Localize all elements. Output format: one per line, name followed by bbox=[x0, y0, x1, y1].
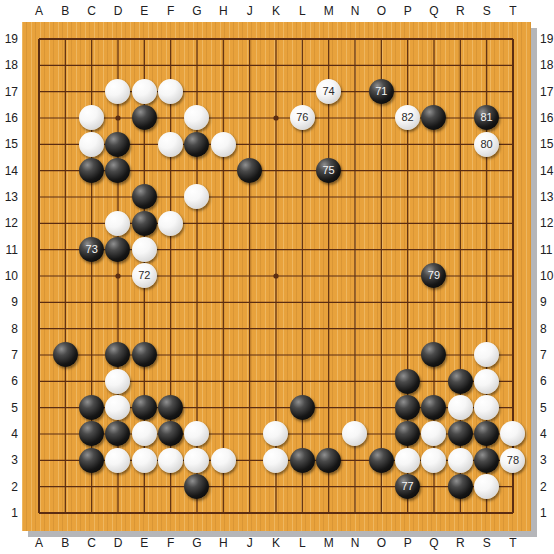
col-label-bottom-q: Q bbox=[429, 536, 438, 550]
stone-f5[interactable] bbox=[157, 394, 183, 420]
col-label-top-c: C bbox=[87, 4, 96, 18]
white-stone bbox=[421, 448, 446, 473]
white-stone-move-74: 74 bbox=[316, 79, 341, 104]
black-stone bbox=[132, 395, 157, 420]
stone-f15[interactable] bbox=[157, 131, 183, 157]
row-label-left-4: 4 bbox=[1, 427, 18, 441]
row-label-right-10: 10 bbox=[540, 269, 553, 283]
col-label-top-m: M bbox=[324, 4, 334, 18]
col-label-top-q: Q bbox=[429, 4, 438, 18]
white-stone bbox=[132, 237, 157, 262]
stone-d11[interactable] bbox=[105, 236, 131, 262]
col-label-top-b: B bbox=[61, 4, 69, 18]
col-label-bottom-d: D bbox=[114, 536, 123, 550]
col-label-top-h: H bbox=[219, 4, 228, 18]
stone-e4[interactable] bbox=[131, 421, 157, 447]
stone-k3[interactable] bbox=[263, 447, 289, 473]
row-label-right-17: 17 bbox=[540, 85, 553, 99]
stone-l16[interactable]: 76 bbox=[289, 105, 315, 131]
col-label-bottom-t: T bbox=[509, 536, 516, 550]
row-label-right-1: 1 bbox=[540, 506, 547, 520]
stone-g15[interactable] bbox=[184, 131, 210, 157]
stone-f3[interactable] bbox=[157, 447, 183, 473]
col-label-top-f: F bbox=[167, 4, 174, 18]
white-stone bbox=[211, 132, 236, 157]
white-stone bbox=[79, 132, 104, 157]
stone-q5[interactable] bbox=[421, 394, 447, 420]
black-stone bbox=[290, 395, 315, 420]
stone-s7[interactable] bbox=[473, 342, 499, 368]
white-stone bbox=[158, 448, 183, 473]
white-stone bbox=[263, 448, 288, 473]
col-label-top-l: L bbox=[299, 4, 306, 18]
stone-b7[interactable] bbox=[52, 342, 78, 368]
col-label-top-r: R bbox=[456, 4, 465, 18]
row-label-right-14: 14 bbox=[540, 164, 553, 178]
white-stone-move-82: 82 bbox=[395, 105, 420, 130]
stone-e7[interactable] bbox=[131, 342, 157, 368]
row-label-left-1: 1 bbox=[1, 506, 18, 520]
stone-d5[interactable] bbox=[105, 394, 131, 420]
black-stone bbox=[448, 474, 473, 499]
stone-q7[interactable] bbox=[421, 342, 447, 368]
black-stone bbox=[132, 184, 157, 209]
row-label-right-4: 4 bbox=[540, 427, 547, 441]
black-stone bbox=[474, 448, 499, 473]
col-label-bottom-n: N bbox=[351, 536, 360, 550]
stone-s16[interactable]: 81 bbox=[473, 105, 499, 131]
row-label-right-2: 2 bbox=[540, 480, 547, 494]
stone-s4[interactable] bbox=[473, 421, 499, 447]
stone-g4[interactable] bbox=[184, 421, 210, 447]
stone-c11[interactable]: 73 bbox=[78, 236, 104, 262]
stone-h3[interactable] bbox=[210, 447, 236, 473]
white-stone bbox=[105, 211, 130, 236]
stone-s3[interactable] bbox=[473, 447, 499, 473]
row-label-left-12: 12 bbox=[1, 216, 18, 230]
col-label-bottom-p: P bbox=[404, 536, 412, 550]
white-stone bbox=[448, 395, 473, 420]
stone-r2[interactable] bbox=[447, 473, 473, 499]
col-label-top-n: N bbox=[351, 4, 360, 18]
stone-g13[interactable] bbox=[184, 184, 210, 210]
row-label-right-15: 15 bbox=[540, 137, 553, 151]
white-stone bbox=[132, 421, 157, 446]
stone-s5[interactable] bbox=[473, 394, 499, 420]
black-stone bbox=[395, 421, 420, 446]
stone-f12[interactable] bbox=[157, 210, 183, 236]
col-label-top-k: K bbox=[272, 4, 280, 18]
white-stone bbox=[105, 79, 130, 104]
stone-e3[interactable] bbox=[131, 447, 157, 473]
white-stone bbox=[184, 105, 209, 130]
stone-d12[interactable] bbox=[105, 210, 131, 236]
stone-q3[interactable] bbox=[421, 447, 447, 473]
stone-q10[interactable]: 79 bbox=[421, 263, 447, 289]
col-label-top-j: J bbox=[247, 4, 253, 18]
stone-r6[interactable] bbox=[447, 368, 473, 394]
stone-k4[interactable] bbox=[263, 421, 289, 447]
white-stone-move-72: 72 bbox=[132, 263, 157, 288]
row-label-right-3: 3 bbox=[540, 453, 547, 467]
stone-e16[interactable] bbox=[131, 105, 157, 131]
stone-n4[interactable] bbox=[342, 421, 368, 447]
row-label-left-5: 5 bbox=[1, 401, 18, 415]
white-stone bbox=[132, 79, 157, 104]
col-label-top-o: O bbox=[377, 4, 386, 18]
white-stone bbox=[342, 421, 367, 446]
stone-c15[interactable] bbox=[78, 131, 104, 157]
stone-p5[interactable] bbox=[394, 394, 420, 420]
white-stone bbox=[79, 105, 104, 130]
col-label-bottom-h: H bbox=[219, 536, 228, 550]
white-stone bbox=[211, 448, 236, 473]
row-label-left-11: 11 bbox=[1, 243, 18, 257]
col-label-bottom-l: L bbox=[299, 536, 306, 550]
stone-d14[interactable] bbox=[105, 157, 131, 183]
stone-g3[interactable] bbox=[184, 447, 210, 473]
stone-r5[interactable] bbox=[447, 394, 473, 420]
stone-e12[interactable] bbox=[131, 210, 157, 236]
col-label-bottom-j: J bbox=[247, 536, 253, 550]
stone-q16[interactable] bbox=[421, 105, 447, 131]
white-stone bbox=[158, 132, 183, 157]
stone-p3[interactable] bbox=[394, 447, 420, 473]
stone-o3[interactable] bbox=[368, 447, 394, 473]
stone-p2[interactable]: 77 bbox=[394, 473, 420, 499]
stone-p6[interactable] bbox=[394, 368, 420, 394]
row-label-right-18: 18 bbox=[540, 58, 553, 72]
row-label-right-7: 7 bbox=[540, 348, 547, 362]
white-stone bbox=[500, 421, 525, 446]
col-label-top-a: A bbox=[35, 4, 43, 18]
col-label-bottom-e: E bbox=[140, 536, 148, 550]
stone-h15[interactable] bbox=[210, 131, 236, 157]
white-stone bbox=[474, 395, 499, 420]
stone-d6[interactable] bbox=[105, 368, 131, 394]
black-stone bbox=[132, 342, 157, 367]
stone-l5[interactable] bbox=[289, 394, 315, 420]
col-label-top-p: P bbox=[404, 4, 412, 18]
black-stone-move-75: 75 bbox=[316, 158, 341, 183]
row-label-right-13: 13 bbox=[540, 190, 553, 204]
stone-r3[interactable] bbox=[447, 447, 473, 473]
white-stone bbox=[263, 421, 288, 446]
row-label-left-14: 14 bbox=[1, 164, 18, 178]
black-stone bbox=[105, 132, 130, 157]
row-label-left-7: 7 bbox=[1, 348, 18, 362]
white-stone bbox=[395, 448, 420, 473]
white-stone-move-80: 80 bbox=[474, 132, 499, 157]
black-stone bbox=[79, 158, 104, 183]
stone-t3[interactable]: 78 bbox=[500, 447, 526, 473]
black-stone bbox=[395, 369, 420, 394]
row-label-left-13: 13 bbox=[1, 190, 18, 204]
row-label-right-9: 9 bbox=[540, 295, 547, 309]
stone-e10[interactable]: 72 bbox=[131, 263, 157, 289]
stone-s15[interactable]: 80 bbox=[473, 131, 499, 157]
black-stone-move-77: 77 bbox=[395, 474, 420, 499]
white-stone bbox=[105, 395, 130, 420]
black-stone bbox=[474, 421, 499, 446]
row-label-left-8: 8 bbox=[1, 322, 18, 336]
row-label-right-5: 5 bbox=[540, 401, 547, 415]
black-stone bbox=[395, 395, 420, 420]
black-stone bbox=[369, 448, 394, 473]
white-stone bbox=[474, 474, 499, 499]
white-stone bbox=[474, 342, 499, 367]
stone-l3[interactable] bbox=[289, 447, 315, 473]
stone-s6[interactable] bbox=[473, 368, 499, 394]
black-stone bbox=[105, 158, 130, 183]
go-board[interactable]: 747176828180757372797877 bbox=[22, 22, 531, 531]
stone-s2[interactable] bbox=[473, 473, 499, 499]
stone-m17[interactable]: 74 bbox=[315, 78, 341, 104]
black-stone bbox=[184, 474, 209, 499]
black-stone-move-73: 73 bbox=[79, 237, 104, 262]
col-label-top-s: S bbox=[483, 4, 491, 18]
stone-g2[interactable] bbox=[184, 473, 210, 499]
col-label-bottom-o: O bbox=[377, 536, 386, 550]
white-stone bbox=[184, 448, 209, 473]
row-label-right-12: 12 bbox=[540, 216, 553, 230]
black-stone bbox=[184, 132, 209, 157]
row-label-left-16: 16 bbox=[1, 111, 18, 125]
white-stone bbox=[448, 448, 473, 473]
stone-j14[interactable] bbox=[236, 157, 262, 183]
stone-m14[interactable]: 75 bbox=[315, 157, 341, 183]
white-stone bbox=[421, 421, 446, 446]
white-stone bbox=[474, 369, 499, 394]
stone-e5[interactable] bbox=[131, 394, 157, 420]
row-label-left-10: 10 bbox=[1, 269, 18, 283]
stone-m3[interactable] bbox=[315, 447, 341, 473]
stone-p4[interactable] bbox=[394, 421, 420, 447]
black-stone bbox=[158, 421, 183, 446]
black-stone bbox=[79, 421, 104, 446]
col-label-bottom-c: C bbox=[87, 536, 96, 550]
col-label-bottom-b: B bbox=[61, 536, 69, 550]
col-label-bottom-a: A bbox=[35, 536, 43, 550]
stone-d4[interactable] bbox=[105, 421, 131, 447]
go-board-screenshot: ABCDEFGHJKLMNOPQRST ABCDEFGHJKLMNOPQRST … bbox=[0, 0, 554, 554]
black-stone bbox=[448, 421, 473, 446]
white-stone bbox=[105, 448, 130, 473]
black-stone-move-79: 79 bbox=[421, 263, 446, 288]
stone-c16[interactable] bbox=[78, 105, 104, 131]
row-label-left-18: 18 bbox=[1, 58, 18, 72]
row-label-right-11: 11 bbox=[540, 243, 552, 257]
stone-q4[interactable] bbox=[421, 421, 447, 447]
white-stone bbox=[184, 184, 209, 209]
col-label-top-e: E bbox=[140, 4, 148, 18]
black-stone-move-81: 81 bbox=[474, 105, 499, 130]
stone-d15[interactable] bbox=[105, 131, 131, 157]
stone-t4[interactable] bbox=[500, 421, 526, 447]
row-label-left-19: 19 bbox=[1, 32, 18, 46]
white-stone bbox=[132, 448, 157, 473]
black-stone bbox=[421, 105, 446, 130]
stone-e11[interactable] bbox=[131, 236, 157, 262]
white-stone bbox=[184, 421, 209, 446]
col-label-top-g: G bbox=[192, 4, 201, 18]
white-stone bbox=[105, 369, 130, 394]
black-stone bbox=[105, 237, 130, 262]
row-label-left-6: 6 bbox=[1, 374, 18, 388]
black-stone bbox=[79, 448, 104, 473]
stone-c4[interactable] bbox=[78, 421, 104, 447]
stone-g16[interactable] bbox=[184, 105, 210, 131]
black-stone bbox=[132, 105, 157, 130]
stone-d17[interactable] bbox=[105, 78, 131, 104]
board-grid[interactable]: 747176828180757372797877 bbox=[26, 26, 526, 526]
black-stone bbox=[105, 342, 130, 367]
black-stone-move-71: 71 bbox=[369, 79, 394, 104]
stone-c3[interactable] bbox=[78, 447, 104, 473]
white-stone bbox=[158, 211, 183, 236]
stone-e13[interactable] bbox=[131, 184, 157, 210]
row-label-left-2: 2 bbox=[1, 480, 18, 494]
black-stone bbox=[79, 395, 104, 420]
stone-d7[interactable] bbox=[105, 342, 131, 368]
col-label-bottom-k: K bbox=[272, 536, 280, 550]
stone-d3[interactable] bbox=[105, 447, 131, 473]
col-label-bottom-f: F bbox=[167, 536, 174, 550]
black-stone bbox=[158, 395, 183, 420]
stone-f4[interactable] bbox=[157, 421, 183, 447]
row-label-left-17: 17 bbox=[1, 85, 18, 99]
white-stone-move-78: 78 bbox=[500, 448, 525, 473]
black-stone bbox=[53, 342, 78, 367]
stone-f17[interactable] bbox=[157, 78, 183, 104]
white-stone-move-76: 76 bbox=[290, 105, 315, 130]
row-label-right-6: 6 bbox=[540, 374, 547, 388]
row-label-left-9: 9 bbox=[1, 295, 18, 309]
white-stone bbox=[158, 79, 183, 104]
black-stone bbox=[237, 158, 262, 183]
black-stone bbox=[421, 342, 446, 367]
stone-p16[interactable]: 82 bbox=[394, 105, 420, 131]
black-stone bbox=[421, 395, 446, 420]
black-stone bbox=[105, 421, 130, 446]
stone-e17[interactable] bbox=[131, 78, 157, 104]
black-stone bbox=[132, 211, 157, 236]
col-label-bottom-g: G bbox=[192, 536, 201, 550]
col-label-top-t: T bbox=[509, 4, 516, 18]
stone-o17[interactable]: 71 bbox=[368, 78, 394, 104]
stone-r4[interactable] bbox=[447, 421, 473, 447]
stone-c5[interactable] bbox=[78, 394, 104, 420]
black-stone bbox=[448, 369, 473, 394]
col-label-bottom-s: S bbox=[483, 536, 491, 550]
col-label-top-d: D bbox=[114, 4, 123, 18]
stone-c14[interactable] bbox=[78, 157, 104, 183]
row-label-right-19: 19 bbox=[540, 32, 553, 46]
row-label-right-16: 16 bbox=[540, 111, 553, 125]
row-label-left-15: 15 bbox=[1, 137, 18, 151]
black-stone bbox=[316, 448, 341, 473]
row-label-left-3: 3 bbox=[1, 453, 18, 467]
black-stone bbox=[290, 448, 315, 473]
col-label-bottom-r: R bbox=[456, 536, 465, 550]
row-label-right-8: 8 bbox=[540, 322, 547, 336]
col-label-bottom-m: M bbox=[324, 536, 334, 550]
